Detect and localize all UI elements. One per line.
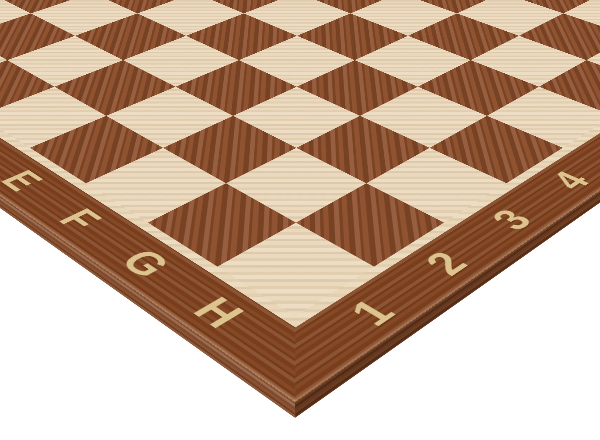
rank-label-text: 3	[483, 204, 540, 235]
rank-label-text: 1	[341, 293, 404, 332]
rank-label-text: 2	[416, 246, 476, 280]
chess-board: EFGH4321	[0, 0, 600, 402]
scene: EFGH4321	[0, 0, 600, 440]
chessboard-product-photo: EFGH4321	[0, 0, 600, 440]
rank-label-text: 4	[543, 167, 598, 194]
